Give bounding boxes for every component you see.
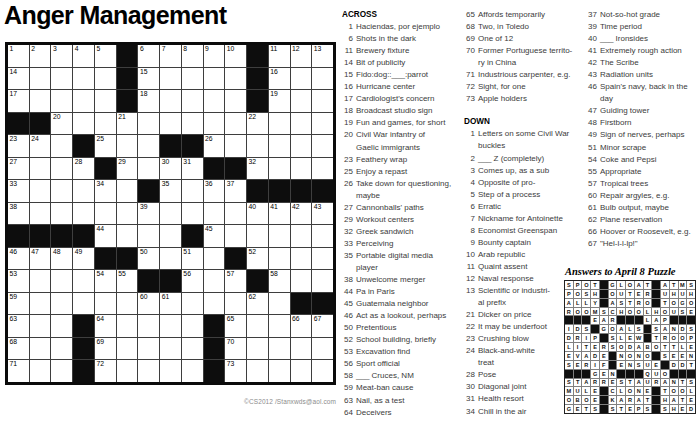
grid-cell[interactable] — [291, 68, 312, 90]
grid-cell[interactable] — [312, 90, 333, 112]
clue-across-26: 26Take down for questioning, maybe — [342, 178, 462, 202]
clue-number: 17 — [342, 93, 356, 105]
grid-cell[interactable] — [30, 203, 51, 225]
grid-cell[interactable] — [138, 360, 159, 382]
grid-cell[interactable]: 43 — [312, 203, 333, 225]
cell-number: 50 — [140, 248, 148, 256]
grid-cell[interactable]: 56 — [182, 270, 203, 292]
clue-text: Affords temporarily — [478, 9, 584, 21]
answer-cell: E — [670, 352, 678, 360]
answer-cell: D — [687, 405, 695, 413]
grid-cell[interactable]: 30 — [160, 158, 181, 180]
answer-cell: E — [626, 334, 634, 342]
grid-cell[interactable]: 33 — [8, 180, 29, 202]
grid-cell[interactable]: 70 — [225, 338, 246, 360]
grid-cell[interactable] — [95, 90, 116, 112]
grid-cell[interactable] — [182, 113, 203, 135]
grid-cell[interactable]: 49 — [73, 248, 94, 270]
grid-cell[interactable] — [160, 225, 181, 247]
clue-text: Fido:dog::___:parrot — [356, 69, 462, 81]
grid-cell[interactable] — [312, 68, 333, 90]
grid-cell[interactable]: 39 — [138, 203, 159, 225]
answer-cell: T — [661, 299, 669, 307]
grid-cell[interactable] — [182, 338, 203, 360]
answer-cell: N — [609, 370, 617, 378]
grid-cell[interactable] — [30, 180, 51, 202]
answer-cell: E — [679, 352, 687, 360]
answer-cell: T — [687, 361, 695, 369]
answer-cell: N — [670, 325, 678, 333]
grid-cell[interactable] — [138, 158, 159, 180]
grid-cell[interactable]: 22 — [247, 113, 268, 135]
clue-number: 48 — [586, 117, 600, 129]
grid-cell[interactable] — [51, 203, 72, 225]
grid-cell[interactable] — [291, 158, 312, 180]
grid-cell[interactable] — [225, 135, 246, 157]
clue-number: 23 — [464, 333, 478, 345]
grid-cell[interactable] — [182, 90, 203, 112]
grid-cell[interactable]: 41 — [269, 203, 290, 225]
grid-cell[interactable] — [204, 90, 225, 112]
clue-number: 19 — [342, 117, 356, 129]
grid-cell[interactable] — [269, 293, 290, 315]
grid-cell[interactable]: 3 — [51, 45, 72, 67]
grid-cell[interactable] — [247, 135, 268, 157]
clue-number: 30 — [464, 381, 478, 393]
grid-cell[interactable] — [182, 315, 203, 337]
answer-cell: S — [617, 379, 625, 387]
grid-cell[interactable] — [312, 270, 333, 292]
answer-cell: O — [670, 334, 678, 342]
grid-cell[interactable] — [312, 113, 333, 135]
grid-cell[interactable] — [138, 315, 159, 337]
grid-cell[interactable] — [291, 360, 312, 382]
answer-cell: U — [679, 290, 687, 298]
grid-cell[interactable] — [51, 270, 72, 292]
grid-cell[interactable] — [312, 158, 333, 180]
grid-cell[interactable] — [291, 90, 312, 112]
grid-cell[interactable] — [204, 203, 225, 225]
answer-cell: A — [617, 325, 625, 333]
grid-cell[interactable]: 1 — [8, 45, 29, 67]
grid-cell[interactable] — [312, 338, 333, 360]
grid-cell[interactable] — [269, 225, 290, 247]
clue-text: Workout centers — [356, 214, 462, 226]
grid-cell[interactable]: 73 — [225, 360, 246, 382]
answer-cell: A — [652, 316, 660, 324]
clue-number: 32 — [342, 226, 356, 238]
grid-cell[interactable] — [182, 293, 203, 315]
grid-cell[interactable] — [73, 113, 94, 135]
grid-cell[interactable] — [117, 338, 138, 360]
cell-number: 10 — [227, 45, 235, 53]
clue-text: Plane reservation — [600, 214, 698, 226]
answer-cell: L — [582, 299, 590, 307]
grid-cell[interactable]: 19 — [269, 90, 290, 112]
grid-cell[interactable] — [291, 225, 312, 247]
grid-cell[interactable]: 27 — [8, 158, 29, 180]
grid-cell[interactable] — [160, 113, 181, 135]
grid-cell[interactable] — [182, 360, 203, 382]
grid-cell[interactable] — [138, 113, 159, 135]
grid-cell[interactable] — [204, 248, 225, 270]
answer-cell: T — [582, 343, 590, 351]
grid-cell[interactable] — [291, 248, 312, 270]
answer-cell: G — [600, 325, 608, 333]
black-cell — [182, 225, 203, 247]
answer-cell: S — [661, 405, 669, 413]
grid-cell[interactable]: 25 — [95, 135, 116, 157]
answer-cell: O — [565, 396, 573, 404]
grid-cell[interactable] — [73, 68, 94, 90]
grid-cell[interactable]: 67 — [312, 315, 333, 337]
clue-text: "Sure" — [478, 418, 584, 421]
grid-cell[interactable]: 12 — [291, 45, 312, 67]
answer-cell: S — [565, 361, 573, 369]
answer-cell: R — [582, 361, 590, 369]
grid-cell[interactable] — [30, 360, 51, 382]
cell-number: 29 — [118, 158, 126, 166]
grid-cell[interactable]: 18 — [138, 90, 159, 112]
answer-cell: A — [661, 281, 669, 289]
answer-cell: L — [565, 343, 573, 351]
answer-cell: E — [687, 308, 695, 316]
answer-cell: Y — [591, 299, 599, 307]
grid-cell[interactable] — [51, 135, 72, 157]
grid-cell[interactable]: 64 — [95, 315, 116, 337]
answer-cell: I — [582, 334, 590, 342]
clue-number: 63 — [342, 395, 356, 407]
grid-cell[interactable]: 72 — [95, 360, 116, 382]
answer-cell: L — [679, 343, 687, 351]
clue-across-73: 73Apple holders — [464, 93, 584, 105]
grid-cell[interactable] — [160, 203, 181, 225]
grid-cell[interactable] — [51, 180, 72, 202]
grid-cell[interactable] — [138, 338, 159, 360]
grid-cell[interactable] — [117, 360, 138, 382]
grid-cell[interactable] — [225, 293, 246, 315]
grid-cell[interactable] — [269, 113, 290, 135]
answer-cell: L — [626, 325, 634, 333]
answer-cell: A — [609, 299, 617, 307]
grid-cell[interactable] — [117, 315, 138, 337]
grid-cell[interactable] — [138, 135, 159, 157]
grid-cell[interactable]: 24 — [30, 135, 51, 157]
cell-number: 71 — [10, 360, 18, 368]
grid-cell[interactable]: 66 — [291, 315, 312, 337]
cell-number: 8 — [183, 45, 187, 53]
answer-cell: L — [617, 281, 625, 289]
grid-cell[interactable]: 11 — [269, 45, 290, 67]
grid-cell[interactable]: 35 — [160, 180, 181, 202]
answer-cell: H — [661, 396, 669, 404]
clue-number: 24 — [464, 345, 478, 369]
grid-cell[interactable]: 21 — [117, 113, 138, 135]
grid-cell[interactable] — [291, 338, 312, 360]
answer-cell: L — [574, 299, 582, 307]
answer-cell: L — [644, 316, 652, 324]
grid-cell[interactable] — [291, 135, 312, 157]
clue-down-37: 37Not-so-hot grade — [586, 9, 698, 21]
clue-text: Shots in the dark — [356, 33, 462, 45]
grid-cell[interactable] — [30, 158, 51, 180]
clue-across-45: 45Guatemala neighbor — [342, 298, 462, 310]
answer-cell: W — [635, 334, 643, 342]
grid-cell[interactable]: 45 — [204, 225, 225, 247]
answer-cell: P — [635, 405, 643, 413]
grid-cell[interactable]: 46 — [8, 248, 29, 270]
grid-cell[interactable] — [51, 315, 72, 337]
grid-cell[interactable] — [247, 315, 268, 337]
clue-number: 5 — [464, 189, 478, 201]
grid-cell[interactable] — [95, 113, 116, 135]
grid-cell[interactable]: 2 — [30, 45, 51, 67]
grid-cell[interactable] — [30, 338, 51, 360]
clue-text: Not-so-hot grade — [600, 9, 698, 21]
grid-cell[interactable] — [291, 270, 312, 292]
cell-number: 45 — [205, 225, 213, 233]
grid-cell[interactable] — [269, 338, 290, 360]
grid-cell[interactable]: 17 — [8, 90, 29, 112]
grid-cell[interactable] — [95, 203, 116, 225]
grid-cell[interactable]: 36 — [204, 180, 225, 202]
black-cell — [160, 270, 181, 292]
grid-cell[interactable]: 14 — [8, 68, 29, 90]
clue-text: Portable digital media player — [356, 250, 462, 274]
grid-cell[interactable]: 47 — [30, 248, 51, 270]
grid-cell[interactable]: 59 — [8, 293, 29, 315]
grid-cell[interactable]: 16 — [269, 68, 290, 90]
grid-cell[interactable] — [225, 90, 246, 112]
grid-cell[interactable] — [312, 360, 333, 382]
grid-cell[interactable] — [182, 68, 203, 90]
grid-cell[interactable]: 51 — [182, 248, 203, 270]
clue-number: 6 — [342, 33, 356, 45]
cell-number: 39 — [140, 203, 148, 211]
grid-cell[interactable]: 32 — [247, 158, 268, 180]
grid-cell[interactable] — [269, 248, 290, 270]
grid-cell[interactable] — [51, 158, 72, 180]
grid-cell[interactable]: 42 — [291, 203, 312, 225]
grid-cell[interactable]: 44 — [95, 225, 116, 247]
grid-cell[interactable] — [30, 270, 51, 292]
grid-cell[interactable]: 23 — [8, 135, 29, 157]
black-cell — [73, 360, 94, 382]
grid-cell[interactable] — [138, 225, 159, 247]
clue-number: 26 — [342, 178, 356, 202]
clue-text: Step of a process — [478, 189, 584, 201]
grid-cell[interactable]: 4 — [73, 45, 94, 67]
grid-cell[interactable] — [51, 293, 72, 315]
grid-cell[interactable] — [73, 270, 94, 292]
grid-cell[interactable]: 69 — [95, 338, 116, 360]
black-cell — [312, 293, 333, 315]
grid-cell[interactable]: 48 — [51, 248, 72, 270]
clue-number: 1 — [464, 128, 478, 152]
grid-cell[interactable] — [160, 68, 181, 90]
clue-number: 71 — [464, 69, 478, 81]
grid-cell[interactable] — [117, 180, 138, 202]
grid-cell[interactable]: 5 — [95, 45, 116, 67]
answer-cell: Q — [644, 370, 652, 378]
grid-cell[interactable] — [51, 338, 72, 360]
cell-number: 60 — [140, 293, 148, 301]
grid-cell[interactable]: 29 — [117, 158, 138, 180]
grid-cell[interactable] — [73, 180, 94, 202]
grid-cell[interactable] — [225, 68, 246, 90]
answer-cell: R — [626, 396, 634, 404]
grid-cell[interactable]: 7 — [160, 45, 181, 67]
grid-cell[interactable] — [51, 68, 72, 90]
clue-down-62: 62Plane reservation — [586, 214, 698, 226]
grid-cell[interactable] — [182, 203, 203, 225]
grid-cell[interactable] — [160, 90, 181, 112]
clue-text: ___ Cruces, NM — [356, 370, 462, 382]
grid-cell[interactable]: 38 — [8, 203, 29, 225]
answer-cell: T — [679, 396, 687, 404]
answer-cell: O — [582, 281, 590, 289]
answer-cell: A — [635, 396, 643, 404]
grid-cell[interactable]: 57 — [225, 270, 246, 292]
grid-cell[interactable] — [225, 225, 246, 247]
clue-down-43: 43Radiation units — [586, 69, 698, 81]
grid-cell[interactable]: 65 — [225, 315, 246, 337]
clue-number: 14 — [342, 57, 356, 69]
grid-cell[interactable] — [204, 113, 225, 135]
answer-cell: P — [661, 316, 669, 324]
grid-cell[interactable]: 28 — [73, 158, 94, 180]
grid-cell[interactable] — [247, 360, 268, 382]
grid-cell[interactable] — [269, 158, 290, 180]
cell-number: 53 — [10, 270, 18, 278]
grid-cell[interactable]: 13 — [312, 45, 333, 67]
grid-cell[interactable]: 63 — [8, 315, 29, 337]
grid-cell[interactable] — [117, 203, 138, 225]
grid-cell[interactable] — [160, 360, 181, 382]
grid-cell[interactable] — [117, 135, 138, 157]
cell-number: 26 — [205, 135, 213, 143]
grid-cell[interactable]: 6 — [138, 45, 159, 67]
black-cell — [617, 370, 625, 378]
clue-down-46: 46Spain's navy, back in the day — [586, 81, 698, 105]
grid-cell[interactable]: 71 — [8, 360, 29, 382]
answer-cell: O — [661, 308, 669, 316]
grid-cell[interactable]: 31 — [182, 158, 203, 180]
answer-cell: A — [582, 352, 590, 360]
grid-cell[interactable]: 20 — [51, 113, 72, 135]
grid-cell[interactable] — [30, 90, 51, 112]
clue-across-46: 46Act as a lookout, perhaps — [342, 310, 462, 322]
black-cell — [652, 281, 660, 289]
grid-cell[interactable]: 60 — [138, 293, 159, 315]
grid-cell[interactable] — [312, 225, 333, 247]
grid-cell[interactable]: 10 — [225, 45, 246, 67]
clue-text: Cardiologist's concern — [356, 93, 462, 105]
grid-cell[interactable]: 15 — [138, 68, 159, 90]
grid-cell[interactable] — [30, 293, 51, 315]
grid-cell[interactable]: 55 — [117, 270, 138, 292]
grid-cell[interactable] — [73, 203, 94, 225]
grid-cell[interactable] — [73, 90, 94, 112]
grid-cell[interactable]: 26 — [204, 135, 225, 157]
clue-down-9: 9Bounty captain — [464, 237, 584, 249]
answer-cell: D — [626, 343, 634, 351]
clue-text: Enjoy a repast — [356, 166, 462, 178]
grid-cell[interactable] — [204, 270, 225, 292]
grid-cell[interactable] — [225, 113, 246, 135]
grid-cell[interactable]: 37 — [225, 180, 246, 202]
grid-cell[interactable]: 58 — [269, 270, 290, 292]
black-cell — [600, 290, 608, 298]
grid-cell[interactable]: 68 — [8, 338, 29, 360]
grid-cell[interactable] — [30, 68, 51, 90]
grid-cell[interactable]: 50 — [138, 248, 159, 270]
grid-cell[interactable] — [117, 293, 138, 315]
grid-cell[interactable]: 61 — [160, 293, 181, 315]
grid-cell[interactable] — [247, 225, 268, 247]
grid-cell[interactable] — [73, 293, 94, 315]
grid-cell[interactable] — [291, 113, 312, 135]
grid-cell[interactable] — [182, 180, 203, 202]
grid-cell[interactable] — [95, 293, 116, 315]
grid-cell[interactable] — [247, 338, 268, 360]
grid-cell[interactable]: 40 — [247, 203, 268, 225]
grid-cell[interactable] — [51, 90, 72, 112]
answer-cell: S — [635, 325, 643, 333]
grid-cell[interactable] — [30, 315, 51, 337]
answer-grid: SPOTGLOATATMSPOSHOUTERUHUHALLYASTROTOGOR… — [564, 280, 696, 414]
grid-cell[interactable] — [160, 248, 181, 270]
clue-across-27: 27Cannonballs' paths — [342, 202, 462, 214]
grid-cell[interactable] — [312, 248, 333, 270]
grid-cell[interactable] — [225, 203, 246, 225]
answer-cell: H — [617, 308, 625, 316]
black-cell — [652, 405, 660, 413]
answer-cell: G — [565, 405, 573, 413]
grid-cell[interactable] — [204, 68, 225, 90]
grid-cell[interactable] — [312, 135, 333, 157]
grid-cell[interactable]: 8 — [182, 45, 203, 67]
grid-cell[interactable] — [269, 360, 290, 382]
grid-cell[interactable] — [204, 293, 225, 315]
grid-cell[interactable] — [51, 360, 72, 382]
grid-cell[interactable]: 62 — [247, 293, 268, 315]
grid-cell[interactable] — [160, 338, 181, 360]
clue-number: 40 — [586, 33, 600, 45]
grid-cell[interactable] — [269, 135, 290, 157]
black-cell — [582, 316, 590, 324]
grid-cell[interactable] — [269, 315, 290, 337]
grid-cell[interactable] — [117, 225, 138, 247]
grid-cell[interactable] — [160, 315, 181, 337]
clue-text: Broadcast studio sign — [356, 105, 462, 117]
answer-cell: B — [574, 396, 582, 404]
clue-text: Coke and Pepsi — [600, 154, 698, 166]
black-cell — [565, 370, 573, 378]
grid-cell[interactable] — [95, 68, 116, 90]
grid-cell[interactable]: 9 — [204, 45, 225, 67]
answer-cell: O — [687, 299, 695, 307]
clue-number: 66 — [586, 226, 600, 238]
clue-number: 35 — [342, 250, 356, 274]
clue-down-48: 48Firstborn — [586, 117, 698, 129]
grid-cell[interactable]: 54 — [95, 270, 116, 292]
cell-number: 68 — [10, 338, 18, 346]
answer-cell: O — [670, 299, 678, 307]
grid-cell[interactable]: 34 — [95, 180, 116, 202]
grid-cell[interactable]: 53 — [8, 270, 29, 292]
grid-cell[interactable]: 52 — [247, 248, 268, 270]
